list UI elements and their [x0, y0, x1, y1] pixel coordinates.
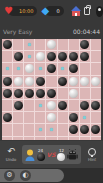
undo-label: Undo — [6, 157, 16, 162]
board-cell-r5c1[interactable] — [13, 100, 23, 111]
white-stone — [36, 52, 45, 61]
board-cell-r8c5[interactable] — [58, 137, 68, 141]
black-stone-count: 24 — [38, 149, 43, 153]
board-cell-r4c6[interactable] — [69, 88, 79, 99]
black-stone — [69, 52, 78, 61]
status-bar: Very Easy 00:04:44 — [0, 24, 103, 38]
hint-dot — [28, 43, 31, 46]
profile-icon[interactable] — [96, 6, 103, 17]
board-cell-r6c4[interactable] — [46, 112, 56, 123]
white-stone — [69, 89, 78, 98]
board-cell-r7c6[interactable] — [69, 124, 79, 135]
board-cell-r4c1[interactable] — [13, 88, 23, 99]
board-cell-r1c1[interactable] — [13, 51, 23, 62]
hint-dot — [39, 128, 42, 131]
board-cell-r6c3[interactable] — [35, 112, 45, 123]
white-stone — [47, 113, 56, 122]
board-cell-r2c8[interactable] — [91, 63, 101, 74]
gems-value: 0 — [56, 8, 59, 14]
board-cell-r5c3[interactable] — [35, 100, 45, 111]
lives-pill[interactable]: ♥ 10:00 — [8, 6, 37, 16]
board-cell-r6c1[interactable] — [13, 112, 23, 123]
black-stone — [58, 52, 67, 61]
black-stone — [14, 101, 23, 110]
board-cell-r0c4[interactable] — [46, 39, 56, 50]
board-cell-r6c7[interactable] — [80, 112, 90, 123]
board-cell-r3c0[interactable] — [2, 76, 12, 87]
hint-dot — [50, 128, 53, 131]
board-cell-r7c7[interactable] — [80, 124, 90, 135]
board-cell-r5c4[interactable] — [46, 100, 56, 111]
theme-icon[interactable]: ◐ — [20, 170, 31, 181]
black-stone — [47, 52, 56, 61]
lightbulb-icon — [88, 148, 96, 156]
board-cell-r4c4[interactable] — [46, 88, 56, 99]
board-cell-r7c5[interactable] — [58, 124, 68, 135]
board-cell-r7c4[interactable] — [46, 124, 56, 135]
board-cell-r5c8[interactable] — [91, 100, 101, 111]
home-icon[interactable] — [71, 6, 78, 16]
black-stone — [47, 64, 56, 73]
white-stone — [91, 77, 100, 86]
black-stone — [3, 77, 12, 86]
white-stone — [80, 77, 89, 86]
black-stone — [80, 125, 89, 134]
board-cell-r3c8[interactable] — [91, 76, 101, 87]
board-cell-r6c6[interactable] — [69, 112, 79, 123]
bag-icon[interactable] — [84, 7, 90, 15]
board-cell-r2c6[interactable] — [69, 63, 79, 74]
white-stone — [25, 77, 34, 86]
board-cell-r4c3[interactable] — [35, 88, 45, 99]
board-cell-r0c2[interactable] — [24, 39, 34, 50]
hint-dot — [17, 67, 20, 70]
white-stone — [25, 64, 34, 73]
board-cell-r4c0[interactable] — [2, 88, 12, 99]
black-stone — [91, 125, 100, 134]
board-cell-r3c4[interactable] — [46, 76, 56, 87]
board-cell-r8c6[interactable] — [69, 137, 79, 141]
player-avatar-icon — [25, 149, 35, 161]
gems-pill[interactable]: ◆ 0 — [45, 6, 63, 16]
board-cell-r1c6[interactable] — [69, 51, 79, 62]
white-stone-count: 12 — [59, 149, 64, 153]
board-cell-r1c8[interactable] — [91, 51, 101, 62]
board-cell-r6c0[interactable] — [2, 112, 12, 123]
board-cell-r4c7[interactable] — [80, 88, 90, 99]
board-cell-r2c3[interactable] — [35, 63, 45, 74]
white-stone — [69, 77, 78, 86]
hint-dot — [28, 55, 31, 58]
hint-dot — [39, 67, 42, 70]
board-cell-r1c3[interactable] — [35, 51, 45, 62]
white-player: 12 — [57, 149, 65, 161]
board-cell-r5c0[interactable] — [2, 100, 12, 111]
board-cell-r1c5[interactable] — [58, 51, 68, 62]
board-cell-r8c3[interactable] — [35, 137, 45, 141]
board-cell-r0c5[interactable] — [58, 39, 68, 50]
hint-dot — [6, 67, 9, 70]
bottom-bar: ↶ Undo 24 VS 12 Hint — [0, 141, 103, 168]
board-cell-r4c8[interactable] — [91, 88, 101, 99]
white-stone — [14, 77, 23, 86]
board-cell-r6c8[interactable] — [91, 112, 101, 123]
board-cell-r3c7[interactable] — [80, 76, 90, 87]
board-cell-r3c6[interactable] — [69, 76, 79, 87]
board-cell-r6c5[interactable] — [58, 112, 68, 123]
board-cell-r1c7[interactable] — [80, 51, 90, 62]
board-cell-r1c0[interactable] — [2, 51, 12, 62]
heart-icon: ♥ — [4, 5, 13, 16]
board-cell-r8c4[interactable] — [46, 137, 56, 141]
players-panel: 24 VS 12 — [22, 145, 82, 164]
board-cell-r7c8[interactable] — [91, 124, 101, 135]
white-stone — [47, 40, 56, 49]
white-stone-icon — [57, 153, 65, 161]
black-stone — [14, 52, 23, 61]
black-stone — [14, 89, 23, 98]
black-stone-icon — [37, 153, 45, 161]
board-cell-r5c5[interactable] — [58, 100, 68, 111]
board-cell-r3c3[interactable] — [35, 76, 45, 87]
board-cell-r0c3[interactable] — [35, 39, 45, 50]
undo-button[interactable]: ↶ Undo — [3, 147, 19, 162]
black-stone — [80, 52, 89, 61]
board-cell-r8c1[interactable] — [13, 137, 23, 141]
board-cell-r1c4[interactable] — [46, 51, 56, 62]
black-stone — [36, 89, 45, 98]
game-timer: 00:04:44 — [73, 28, 100, 35]
board-cell-r2c0[interactable] — [2, 63, 12, 74]
board-cell-r5c7[interactable] — [80, 100, 90, 111]
hint-dot — [83, 116, 86, 119]
board-cell-r8c8[interactable] — [91, 137, 101, 141]
vs-label: VS — [47, 151, 56, 158]
board-cell-r5c6[interactable] — [69, 100, 79, 111]
black-player: 24 — [37, 149, 45, 161]
board-cell-r3c5[interactable] — [58, 76, 68, 87]
footer-strip: ⚙ ◐ — [0, 168, 103, 183]
board-cell-r2c4[interactable] — [46, 63, 56, 74]
board-cell-r4c5[interactable] — [58, 88, 68, 99]
board-cell-r0c1[interactable] — [13, 39, 23, 50]
board-cell-r2c5[interactable] — [58, 63, 68, 74]
board-cell-r2c7[interactable] — [80, 63, 90, 74]
board-cell-r3c2[interactable] — [24, 76, 34, 87]
board-cell-r0c6[interactable] — [69, 39, 79, 50]
hint-dot — [61, 67, 64, 70]
board-cell-r3c1[interactable] — [13, 76, 23, 87]
board-cell-r8c7[interactable] — [80, 137, 90, 141]
white-stone — [47, 101, 56, 110]
black-stone — [3, 113, 12, 122]
board-cell-r0c7[interactable] — [80, 39, 90, 50]
black-stone — [47, 89, 56, 98]
game-board — [2, 39, 101, 140]
board-cell-r2c1[interactable] — [13, 63, 23, 74]
hint-dot — [39, 104, 42, 107]
black-stone — [80, 101, 89, 110]
board-cell-r7c1[interactable] — [13, 124, 23, 135]
board-cell-r7c0[interactable] — [2, 124, 12, 135]
board-cell-r6c2[interactable] — [24, 112, 34, 123]
hint-button[interactable]: Hint — [84, 148, 100, 162]
gear-icon[interactable]: ⚙ — [4, 170, 15, 181]
android-robot-icon — [67, 149, 78, 161]
undo-arrow-icon: ↶ — [7, 147, 15, 156]
board-cell-r1c2[interactable] — [24, 51, 34, 62]
black-stone — [69, 125, 78, 134]
black-stone — [58, 77, 67, 86]
board-cell-r2c2[interactable] — [24, 63, 34, 74]
board-cell-r5c2[interactable] — [24, 100, 34, 111]
black-stone — [3, 89, 12, 98]
home-door — [75, 13, 77, 16]
top-bar: ♥ 10:00 ◆ 0 — [0, 0, 103, 22]
lives-value: 10:00 — [19, 8, 33, 14]
board-cell-r4c2[interactable] — [24, 88, 34, 99]
black-stone — [58, 101, 67, 110]
difficulty-label: Very Easy — [3, 28, 32, 35]
gem-icon: ◆ — [41, 5, 49, 16]
black-stone — [25, 89, 34, 98]
black-stone — [80, 40, 89, 49]
board-cell-r7c3[interactable] — [35, 124, 45, 135]
hint-label: Hint — [88, 157, 96, 162]
black-stone — [91, 101, 100, 110]
board-cell-r0c8[interactable] — [91, 39, 101, 50]
black-stone — [69, 64, 78, 73]
board-cell-r7c2[interactable] — [24, 124, 34, 135]
board-cell-r8c2[interactable] — [24, 137, 34, 141]
black-stone — [3, 40, 12, 49]
board-cell-r0c0[interactable] — [2, 39, 12, 50]
black-stone — [69, 113, 78, 122]
board-cell-r8c0[interactable] — [2, 137, 12, 141]
black-stone — [36, 77, 45, 86]
